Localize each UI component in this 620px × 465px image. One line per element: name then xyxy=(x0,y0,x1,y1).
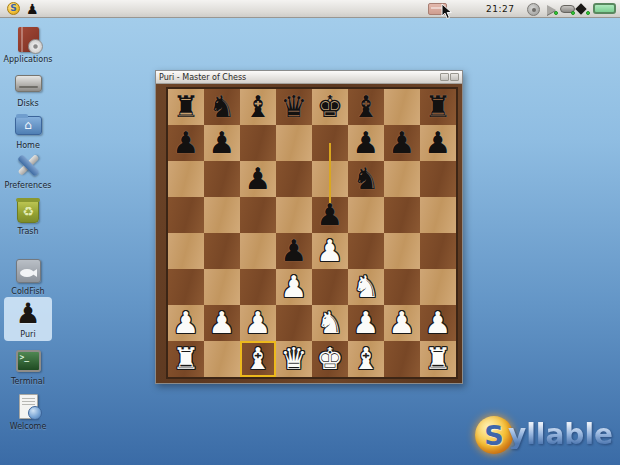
piece-white-P-a2: ♟ xyxy=(173,305,200,341)
square-c4[interactable] xyxy=(240,233,276,269)
status-dot xyxy=(571,11,575,15)
logo-text: yllable xyxy=(508,421,613,449)
close-button[interactable] xyxy=(450,73,459,81)
square-d2[interactable] xyxy=(276,305,312,341)
square-d5[interactable] xyxy=(276,197,312,233)
piece-white-B-c1: ♝ xyxy=(245,341,272,377)
square-b5[interactable] xyxy=(204,197,240,233)
piece-black-P-h7: ♟ xyxy=(425,125,452,161)
square-a1[interactable]: ♜ xyxy=(168,341,204,377)
piece-white-P-e4: ♟ xyxy=(317,233,344,269)
square-h8[interactable]: ♜ xyxy=(420,89,456,125)
puri-taskbar-icon[interactable]: ♟ xyxy=(26,0,39,18)
square-f5[interactable] xyxy=(348,197,384,233)
square-f6[interactable]: ♞ xyxy=(348,161,384,197)
syllable-logo: S yllable xyxy=(475,416,613,454)
piece-white-N-e2: ♞ xyxy=(317,305,344,341)
square-b6[interactable] xyxy=(204,161,240,197)
puri-window: Puri - Master of Chess ♜♞♝♛♚♝♜♟♟♟♟♟♟♞♟♟♟… xyxy=(155,70,463,384)
document-globe-icon xyxy=(12,391,44,421)
piece-white-P-b2: ♟ xyxy=(209,305,236,341)
icon-label: ColdFish xyxy=(11,287,44,296)
square-b7[interactable]: ♟ xyxy=(204,125,240,161)
board-frame: ♜♞♝♛♚♝♜♟♟♟♟♟♟♞♟♟♟♟♞♟♟♟♞♟♟♟♜♝♛♚♝♜ xyxy=(156,84,462,383)
status-dot xyxy=(586,11,590,15)
home-folder-icon: ⌂ xyxy=(12,110,44,140)
square-a4[interactable] xyxy=(168,233,204,269)
piece-white-P-f2: ♟ xyxy=(353,305,380,341)
square-g3[interactable] xyxy=(384,269,420,305)
square-b3[interactable] xyxy=(204,269,240,305)
square-a5[interactable] xyxy=(168,197,204,233)
square-g4[interactable] xyxy=(384,233,420,269)
icon-label: Terminal xyxy=(11,377,45,386)
square-f8[interactable]: ♝ xyxy=(348,89,384,125)
piece-white-Q-d1: ♛ xyxy=(281,341,308,377)
chess-board: ♜♞♝♛♚♝♜♟♟♟♟♟♟♞♟♟♟♟♞♟♟♟♞♟♟♟♜♝♛♚♝♜ xyxy=(166,87,458,379)
icon-label: Disks xyxy=(17,99,38,108)
desktop-icon-coldfish[interactable]: ColdFish xyxy=(4,256,52,296)
speaker-icon[interactable] xyxy=(527,3,540,16)
square-e5[interactable]: ♟ xyxy=(312,197,348,233)
piece-white-P-g2: ♟ xyxy=(389,305,416,341)
piece-white-N-f3: ♞ xyxy=(353,269,380,305)
piece-black-P-g7: ♟ xyxy=(389,125,416,161)
square-c7[interactable] xyxy=(240,125,276,161)
square-c3[interactable] xyxy=(240,269,276,305)
piece-white-R-a1: ♜ xyxy=(173,341,200,377)
battery-icon[interactable] xyxy=(593,3,616,14)
square-c2[interactable]: ♟ xyxy=(240,305,276,341)
square-g5[interactable] xyxy=(384,197,420,233)
square-a3[interactable] xyxy=(168,269,204,305)
square-a7[interactable]: ♟ xyxy=(168,125,204,161)
taskbar: S ♟ 21:27 xyxy=(0,0,620,18)
square-e1[interactable]: ♚ xyxy=(312,341,348,377)
window-title: Puri - Master of Chess xyxy=(159,73,439,82)
desktop: S ♟ 21:27 Applications Disks ⌂ Home Pref… xyxy=(0,0,620,465)
square-d7[interactable] xyxy=(276,125,312,161)
desktop-icon-disks[interactable]: Disks xyxy=(4,68,52,108)
piece-black-P-a7: ♟ xyxy=(173,125,200,161)
icon-label: Home xyxy=(16,141,40,150)
piece-white-B-f1: ♝ xyxy=(353,341,380,377)
piece-white-P-h2: ♟ xyxy=(425,305,452,341)
square-b8[interactable]: ♞ xyxy=(204,89,240,125)
clock: 21:27 xyxy=(486,4,514,14)
square-c1[interactable]: ♝ xyxy=(240,341,276,377)
square-f2[interactable]: ♟ xyxy=(348,305,384,341)
square-f3[interactable]: ♞ xyxy=(348,269,384,305)
piece-black-B-c8: ♝ xyxy=(245,89,272,125)
square-g1[interactable] xyxy=(384,341,420,377)
square-g7[interactable]: ♟ xyxy=(384,125,420,161)
square-h4[interactable] xyxy=(420,233,456,269)
piece-white-P-c2: ♟ xyxy=(245,305,272,341)
square-e2[interactable]: ♞ xyxy=(312,305,348,341)
piece-black-R-h8: ♜ xyxy=(425,89,452,125)
chess-pawn-icon: ♟ xyxy=(12,299,44,329)
square-b2[interactable]: ♟ xyxy=(204,305,240,341)
icon-label: Preferences xyxy=(4,181,51,190)
square-h6[interactable] xyxy=(420,161,456,197)
terminal-icon: >_ xyxy=(12,346,44,376)
desktop-icon-preferences[interactable]: Preferences xyxy=(4,150,52,190)
piece-white-P-d3: ♟ xyxy=(281,269,308,305)
square-h1[interactable]: ♜ xyxy=(420,341,456,377)
logo-initial: S xyxy=(484,422,503,449)
piece-white-K-e1: ♚ xyxy=(317,341,344,377)
mouse-cursor xyxy=(441,3,453,20)
piece-black-P-f7: ♟ xyxy=(353,125,380,161)
square-d3[interactable]: ♟ xyxy=(276,269,312,305)
square-b1[interactable] xyxy=(204,341,240,377)
zoom-button[interactable] xyxy=(440,73,449,81)
square-d8[interactable]: ♛ xyxy=(276,89,312,125)
square-g2[interactable]: ♟ xyxy=(384,305,420,341)
piece-black-B-f8: ♝ xyxy=(353,89,380,125)
trash-icon: ♻ xyxy=(12,196,44,226)
syllable-menu-button[interactable]: S xyxy=(7,2,20,15)
piece-black-N-b8: ♞ xyxy=(209,89,236,125)
square-d6[interactable] xyxy=(276,161,312,197)
piece-white-R-h1: ♜ xyxy=(425,341,452,377)
piece-black-R-a8: ♜ xyxy=(173,89,200,125)
square-h7[interactable]: ♟ xyxy=(420,125,456,161)
piece-black-N-f6: ♞ xyxy=(353,161,380,197)
window-titlebar[interactable]: Puri - Master of Chess xyxy=(156,71,462,84)
square-e4[interactable]: ♟ xyxy=(312,233,348,269)
icon-label: Applications xyxy=(4,55,53,64)
piece-black-Q-d8: ♛ xyxy=(281,89,308,125)
icon-label: Puri xyxy=(20,330,35,339)
applications-icon xyxy=(12,24,44,54)
disks-icon xyxy=(12,68,44,98)
square-h2[interactable]: ♟ xyxy=(420,305,456,341)
square-f4[interactable] xyxy=(348,233,384,269)
piece-black-P-c6: ♟ xyxy=(245,161,272,197)
piece-black-K-e8: ♚ xyxy=(317,89,344,125)
square-c5[interactable] xyxy=(240,197,276,233)
desktop-icon-puri[interactable]: ♟ Puri xyxy=(4,297,52,341)
square-h5[interactable] xyxy=(420,197,456,233)
square-d4[interactable]: ♟ xyxy=(276,233,312,269)
square-a8[interactable]: ♜ xyxy=(168,89,204,125)
square-e3[interactable] xyxy=(312,269,348,305)
square-h3[interactable] xyxy=(420,269,456,305)
desktop-icon-trash[interactable]: ♻ Trash xyxy=(4,196,52,236)
tools-icon xyxy=(12,150,44,180)
desktop-icon-welcome[interactable]: Welcome xyxy=(4,391,52,431)
diamond-icon[interactable] xyxy=(575,3,586,14)
square-b4[interactable] xyxy=(204,233,240,269)
desktop-icon-applications[interactable]: Applications xyxy=(4,24,52,64)
piece-black-P-b7: ♟ xyxy=(209,125,236,161)
square-c6[interactable]: ♟ xyxy=(240,161,276,197)
square-a2[interactable]: ♟ xyxy=(168,305,204,341)
icon-label: Welcome xyxy=(10,422,47,431)
icon-label: Trash xyxy=(17,227,38,236)
square-d1[interactable]: ♛ xyxy=(276,341,312,377)
desktop-icon-home[interactable]: ⌂ Home xyxy=(4,110,52,150)
piece-black-P-e5: ♟ xyxy=(317,197,344,233)
status-dot xyxy=(554,11,558,15)
square-f1[interactable]: ♝ xyxy=(348,341,384,377)
piece-black-P-d4: ♟ xyxy=(281,233,308,269)
square-g8[interactable] xyxy=(384,89,420,125)
square-a6[interactable] xyxy=(168,161,204,197)
square-e8[interactable]: ♚ xyxy=(312,89,348,125)
square-g6[interactable] xyxy=(384,161,420,197)
fish-icon xyxy=(12,256,44,286)
desktop-icon-terminal[interactable]: >_ Terminal xyxy=(4,346,52,386)
square-c8[interactable]: ♝ xyxy=(240,89,276,125)
square-f7[interactable]: ♟ xyxy=(348,125,384,161)
